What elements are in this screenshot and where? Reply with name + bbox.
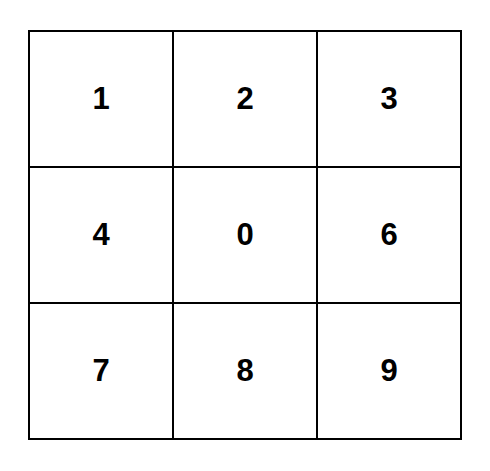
cell-r1c3[interactable]: 3: [318, 32, 460, 166]
cell-r1c1[interactable]: 1: [30, 32, 172, 166]
cell-r2c2[interactable]: 0: [174, 168, 316, 302]
cell-r1c2[interactable]: 2: [174, 32, 316, 166]
cell-r3c2[interactable]: 8: [174, 304, 316, 438]
cell-r3c3[interactable]: 9: [318, 304, 460, 438]
cell-r2c3[interactable]: 6: [318, 168, 460, 302]
puzzle-board: 1 2 3 4 0 6 7 8 9: [28, 30, 462, 440]
cell-r2c1[interactable]: 4: [30, 168, 172, 302]
cell-r3c1[interactable]: 7: [30, 304, 172, 438]
